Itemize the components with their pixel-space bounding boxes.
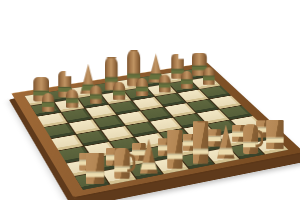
black-pawn[interactable] — [41, 93, 54, 112]
knight-handle — [255, 129, 263, 147]
white-knight[interactable] — [242, 124, 257, 154]
black-pawn[interactable] — [158, 74, 170, 92]
square-b6[interactable] — [62, 109, 92, 123]
black-pawn[interactable] — [135, 78, 147, 96]
white-bishop[interactable] — [139, 139, 157, 174]
white-rook[interactable] — [265, 120, 283, 150]
black-pawn[interactable] — [202, 67, 214, 85]
perspective-scene — [0, 0, 300, 200]
knight-handle — [126, 153, 135, 172]
queen-cap — [106, 53, 116, 58]
product-photo-stage — [0, 0, 300, 200]
square-d5[interactable] — [118, 111, 149, 125]
black-pawn[interactable] — [112, 82, 124, 100]
black-pawn[interactable] — [180, 71, 192, 89]
king-cap — [129, 45, 136, 51]
king-cap — [196, 115, 204, 122]
black-pawn[interactable] — [65, 89, 77, 108]
chess-board — [11, 62, 300, 198]
square-c6[interactable] — [86, 105, 116, 119]
white-rook[interactable] — [85, 153, 104, 185]
white-knight[interactable] — [114, 148, 130, 179]
white-bishop[interactable] — [216, 125, 234, 159]
white-king[interactable] — [192, 121, 207, 164]
white-queen[interactable] — [166, 130, 181, 169]
black-pawn[interactable] — [89, 85, 101, 104]
